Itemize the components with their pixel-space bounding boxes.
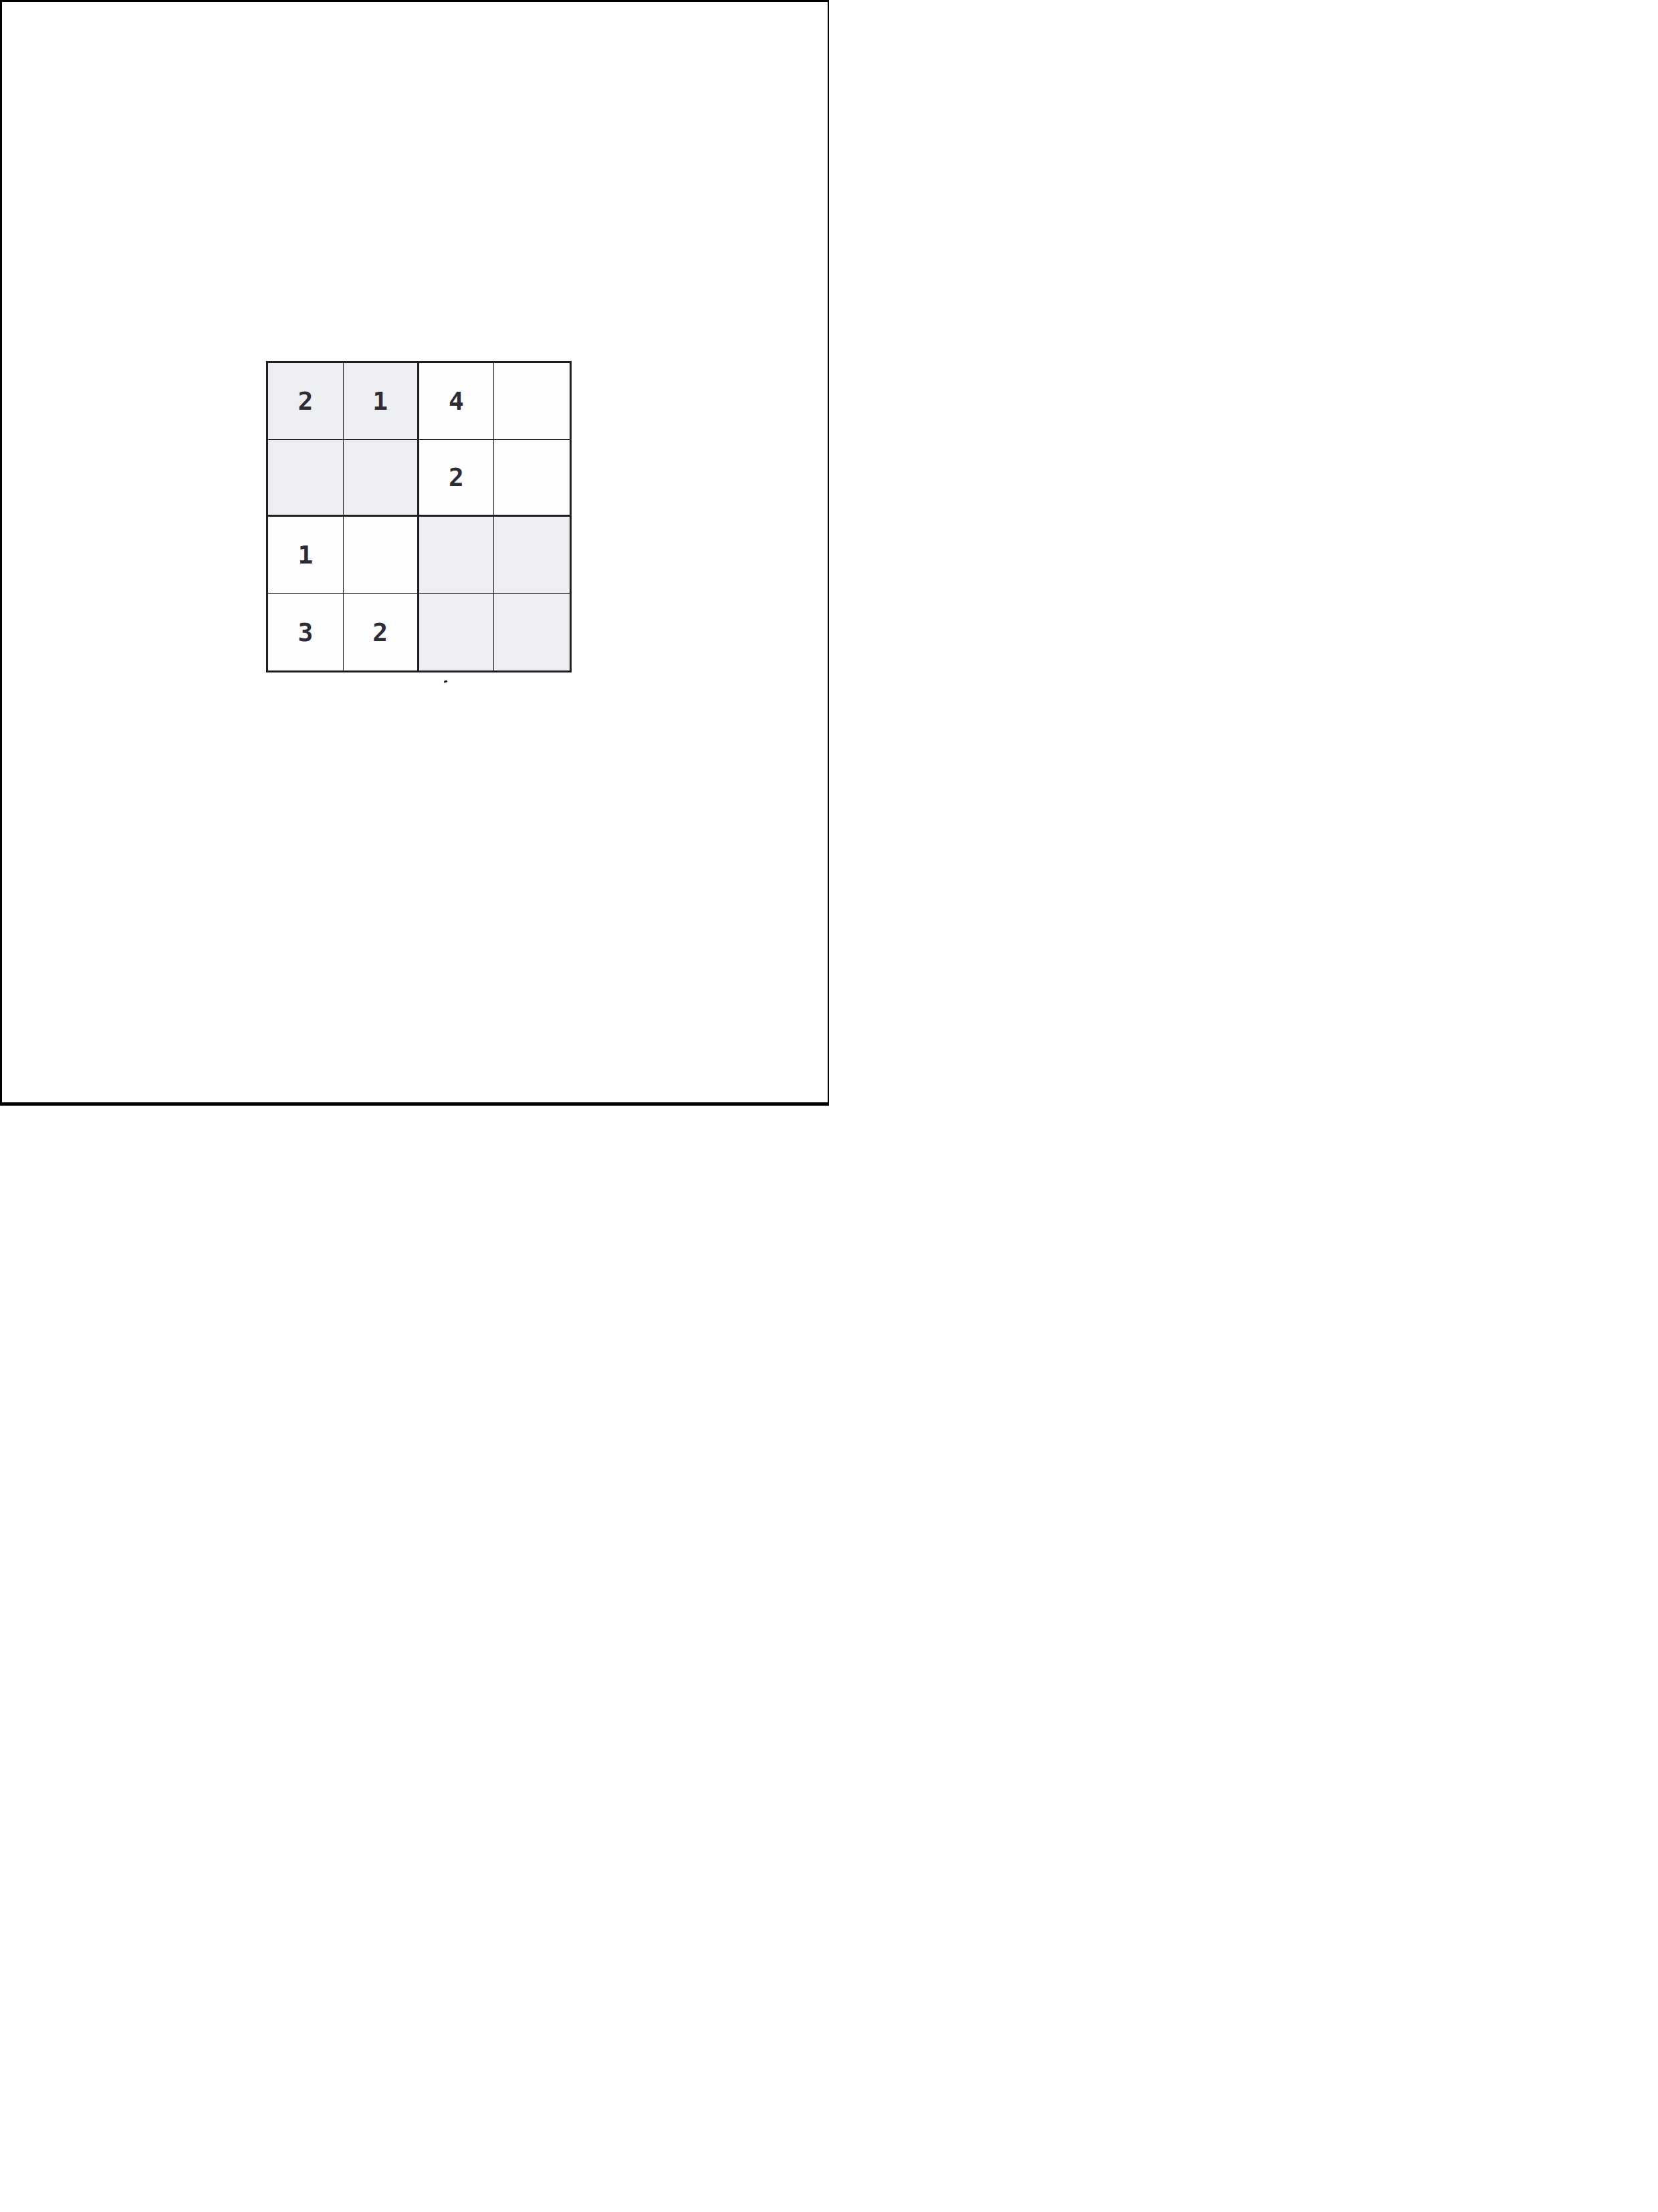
cell-r3c4[interactable] — [494, 517, 570, 594]
cell-r3c3[interactable] — [419, 517, 495, 594]
cell-r1c3[interactable]: 4 — [419, 363, 495, 440]
cell-r2c4[interactable] — [494, 440, 570, 517]
cell-r3c1[interactable]: 1 — [268, 517, 344, 594]
cell-r1c4[interactable] — [494, 363, 570, 440]
cell-r2c2[interactable] — [344, 440, 419, 517]
scanned-page: 2142132 — [0, 0, 829, 1106]
cell-r4c1[interactable]: 3 — [268, 594, 344, 670]
cell-r4c2[interactable]: 2 — [344, 594, 419, 670]
cell-r2c1[interactable] — [268, 440, 344, 517]
sudoku-board: 2142132 — [266, 361, 572, 672]
cell-r4c3[interactable] — [419, 594, 495, 670]
ink-speck — [444, 680, 448, 683]
cell-r2c3[interactable]: 2 — [419, 440, 495, 517]
cell-r4c4[interactable] — [494, 594, 570, 670]
cell-r3c2[interactable] — [344, 517, 419, 594]
cell-r1c1[interactable]: 2 — [268, 363, 344, 440]
cell-r1c2[interactable]: 1 — [344, 363, 419, 440]
